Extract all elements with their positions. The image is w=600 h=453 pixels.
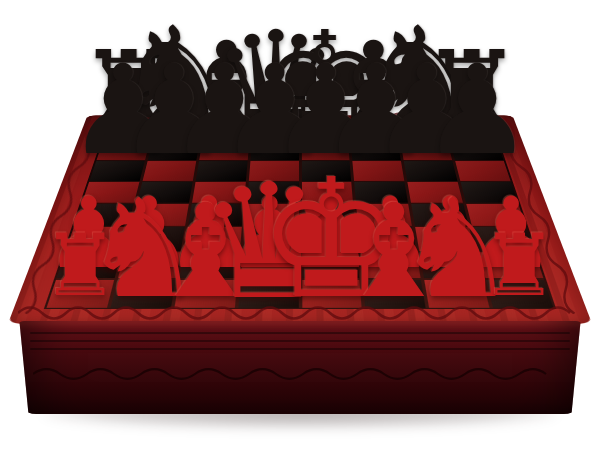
black-pawn[interactable]: ♟ [421, 48, 532, 172]
red-rook[interactable]: ♜ [481, 222, 558, 308]
box-seam-line [30, 340, 570, 342]
box-seam-line [30, 348, 570, 350]
box-front-face [16, 321, 584, 414]
chess-set-photo-scene: ♜♞♝♛♚♝♞♜♟♟♟♟♟♟♟♟♟♟♟♟♟♟♟♟♜♞♝♛♚♝♞♜ [0, 0, 600, 453]
box-front-embossing [33, 367, 573, 381]
